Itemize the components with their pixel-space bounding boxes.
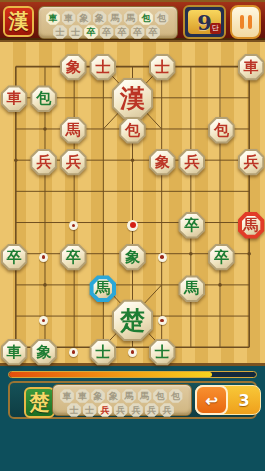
han-captured-tray: 車車象象馬馬包包士士卒卒卒卒卒 — [38, 6, 178, 39]
piece-cho-chariot[interactable]: 車 — [1, 339, 28, 366]
piece-cho-horse[interactable]: 馬 — [89, 275, 116, 302]
tray-piece-horse: 馬 — [124, 11, 138, 25]
move-marker[interactable] — [158, 316, 167, 325]
tray-piece-soldier: 卒 — [146, 25, 160, 39]
piece-han-horse[interactable]: 馬 — [60, 117, 87, 144]
tray-piece-chariot: 車 — [62, 11, 76, 25]
tray-piece-soldier: 兵 — [160, 403, 174, 417]
move-marker[interactable] — [128, 348, 137, 357]
tray-piece-advisor: 士 — [69, 25, 83, 39]
level-badge: 9 단 — [183, 5, 226, 39]
piece-cho-elephant[interactable]: 象 — [30, 339, 57, 366]
undo-button[interactable]: ↩ — [195, 385, 228, 415]
tray-piece-soldier-captured: 兵 — [98, 403, 112, 417]
piece-cho-soldier[interactable]: 卒 — [1, 244, 28, 271]
piece-han-king[interactable]: 漢 — [112, 78, 154, 120]
tray-piece-soldier: 兵 — [145, 403, 159, 417]
move-marker[interactable] — [69, 221, 78, 230]
tray-piece-cannon-captured: 包 — [139, 11, 153, 25]
tray-piece-soldier: 卒 — [115, 25, 129, 39]
piece-cho-cannon[interactable]: 包 — [30, 85, 57, 112]
piece-han-soldier[interactable]: 兵 — [30, 149, 57, 176]
move-marker[interactable] — [158, 253, 167, 262]
piece-han-advisor[interactable]: 士 — [149, 54, 176, 81]
time-progress-fill — [9, 372, 212, 377]
move-marker[interactable] — [127, 220, 138, 231]
piece-han-horse[interactable]: 馬 — [238, 212, 265, 239]
time-progress-bar — [8, 371, 257, 378]
piece-cho-horse[interactable]: 馬 — [178, 275, 205, 302]
tray-piece-soldier: 兵 — [114, 403, 128, 417]
piece-han-chariot[interactable]: 車 — [238, 54, 265, 81]
level-suffix: 단 — [210, 23, 221, 34]
tray-piece-advisor: 士 — [67, 403, 81, 417]
piece-han-cannon[interactable]: 包 — [119, 117, 146, 144]
app-screen: 漢 車車象象馬馬包包士士卒卒卒卒卒 9 단 象士士車車漢包馬包包兵兵象兵兵卒馬卒… — [0, 0, 265, 471]
piece-cho-soldier[interactable]: 卒 — [60, 244, 87, 271]
tray-piece-advisor: 士 — [83, 403, 97, 417]
piece-cho-king[interactable]: 楚 — [112, 299, 154, 341]
piece-han-soldier[interactable]: 兵 — [178, 149, 205, 176]
tray-piece-chariot-captured: 車 — [46, 11, 60, 25]
cho-captured-tray: 車車象象馬馬包包士士兵兵兵兵兵 — [52, 384, 192, 416]
piece-cho-elephant[interactable]: 象 — [119, 244, 146, 271]
top-bar: 漢 車車象象馬馬包包士士卒卒卒卒卒 9 단 — [0, 0, 265, 40]
tray-piece-soldier: 卒 — [131, 25, 145, 39]
piece-han-advisor[interactable]: 士 — [89, 54, 116, 81]
tray-piece-elephant: 象 — [107, 389, 121, 403]
tray-piece-soldier: 卒 — [100, 25, 114, 39]
bottom-bar: 楚 車車象象馬馬包包士士兵兵兵兵兵 ↩ 3 — [8, 381, 257, 419]
piece-cho-advisor[interactable]: 士 — [149, 339, 176, 366]
tray-piece-elephant: 象 — [93, 11, 107, 25]
tray-piece-horse: 馬 — [108, 11, 122, 25]
move-marker[interactable] — [69, 348, 78, 357]
piece-han-soldier[interactable]: 兵 — [238, 149, 265, 176]
piece-han-soldier[interactable]: 兵 — [60, 149, 87, 176]
tray-piece-soldier: 兵 — [129, 403, 143, 417]
tray-piece-horse: 馬 — [122, 389, 136, 403]
tray-piece-chariot: 車 — [76, 389, 90, 403]
tray-piece-cannon: 包 — [169, 389, 183, 403]
pause-icon — [248, 15, 252, 29]
cho-player-avatar: 楚 — [24, 387, 55, 418]
piece-han-elephant[interactable]: 象 — [149, 149, 176, 176]
piece-cho-soldier[interactable]: 卒 — [208, 244, 235, 271]
move-marker[interactable] — [39, 253, 48, 262]
tray-piece-elephant: 象 — [91, 389, 105, 403]
undo-icon: ↩ — [205, 393, 218, 408]
janggi-board[interactable]: 象士士車車漢包馬包包兵兵象兵兵卒馬卒卒象卒馬馬楚車象士士 — [0, 40, 265, 366]
pause-icon — [240, 15, 244, 29]
tray-piece-chariot: 車 — [60, 389, 74, 403]
undo-count: 3 — [228, 391, 260, 410]
piece-han-cannon[interactable]: 包 — [208, 117, 235, 144]
undo-group: ↩ 3 — [195, 385, 261, 415]
piece-cho-advisor[interactable]: 士 — [89, 339, 116, 366]
tray-piece-horse: 馬 — [138, 389, 152, 403]
tray-piece-cannon: 包 — [153, 389, 167, 403]
tray-piece-advisor: 士 — [53, 25, 67, 39]
han-player-avatar: 漢 — [3, 6, 34, 37]
move-marker[interactable] — [39, 316, 48, 325]
piece-cho-soldier[interactable]: 卒 — [178, 212, 205, 239]
pause-button[interactable] — [230, 5, 261, 39]
level-badge-inner: 9 단 — [188, 10, 221, 34]
piece-han-elephant[interactable]: 象 — [60, 54, 87, 81]
piece-han-chariot[interactable]: 車 — [1, 85, 28, 112]
cho-avatar-label: 楚 — [30, 389, 50, 416]
tray-piece-soldier-captured: 卒 — [84, 25, 98, 39]
tray-piece-cannon: 包 — [155, 11, 169, 25]
han-avatar-label: 漢 — [9, 8, 29, 35]
tray-piece-elephant: 象 — [77, 11, 91, 25]
